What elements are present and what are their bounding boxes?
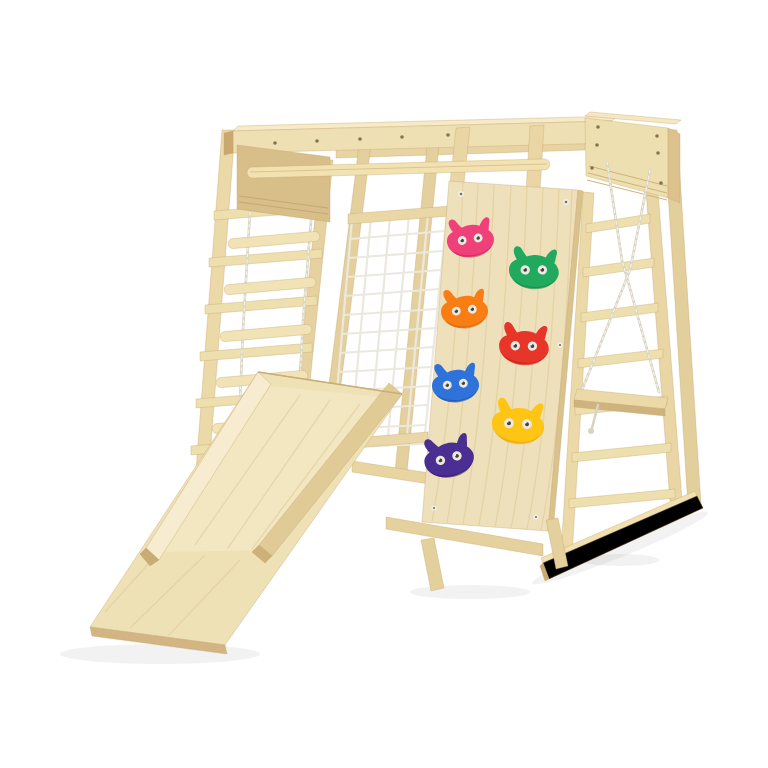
top-left-box xyxy=(237,145,330,222)
top-plank-end-cap xyxy=(224,131,233,155)
playset-product-photo xyxy=(0,0,768,768)
rope-knot xyxy=(588,428,594,434)
playset-illustration xyxy=(0,0,768,768)
